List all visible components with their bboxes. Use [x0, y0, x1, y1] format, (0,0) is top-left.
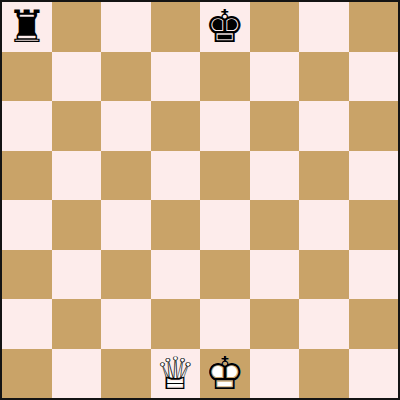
square-f5[interactable] [250, 151, 300, 201]
square-g2[interactable] [299, 299, 349, 349]
white-queen-outline-glyph: ♕ [151, 349, 201, 399]
piece-black-rook[interactable]: ♜ [2, 2, 52, 52]
square-d4[interactable] [151, 200, 201, 250]
square-e7[interactable] [200, 52, 250, 102]
square-b5[interactable] [52, 151, 102, 201]
square-h3[interactable] [349, 250, 399, 300]
square-h1[interactable] [349, 349, 399, 399]
square-f6[interactable] [250, 101, 300, 151]
square-b1[interactable] [52, 349, 102, 399]
square-e3[interactable] [200, 250, 250, 300]
square-e2[interactable] [200, 299, 250, 349]
square-f4[interactable] [250, 200, 300, 250]
square-b8[interactable] [52, 2, 102, 52]
square-b6[interactable] [52, 101, 102, 151]
piece-white-queen[interactable]: ♛♕ [151, 349, 201, 399]
piece-black-king[interactable]: ♚ [200, 2, 250, 52]
square-a5[interactable] [2, 151, 52, 201]
square-b3[interactable] [52, 250, 102, 300]
square-c4[interactable] [101, 200, 151, 250]
black-rook-glyph: ♜ [2, 2, 52, 52]
square-c8[interactable] [101, 2, 151, 52]
square-f2[interactable] [250, 299, 300, 349]
square-g5[interactable] [299, 151, 349, 201]
square-h6[interactable] [349, 101, 399, 151]
square-h7[interactable] [349, 52, 399, 102]
square-a7[interactable] [2, 52, 52, 102]
square-c1[interactable] [101, 349, 151, 399]
square-g4[interactable] [299, 200, 349, 250]
square-a2[interactable] [2, 299, 52, 349]
square-a8[interactable]: ♜ [2, 2, 52, 52]
square-c3[interactable] [101, 250, 151, 300]
square-g8[interactable] [299, 2, 349, 52]
square-f1[interactable] [250, 349, 300, 399]
square-b4[interactable] [52, 200, 102, 250]
square-c2[interactable] [101, 299, 151, 349]
square-e5[interactable] [200, 151, 250, 201]
square-d3[interactable] [151, 250, 201, 300]
square-f7[interactable] [250, 52, 300, 102]
piece-white-king[interactable]: ♚♔ [200, 349, 250, 399]
square-c7[interactable] [101, 52, 151, 102]
square-c5[interactable] [101, 151, 151, 201]
chess-board-frame: ♜♚♛♕♚♔ [0, 0, 400, 400]
square-d6[interactable] [151, 101, 201, 151]
square-h5[interactable] [349, 151, 399, 201]
square-d1[interactable]: ♛♕ [151, 349, 201, 399]
square-b2[interactable] [52, 299, 102, 349]
square-a4[interactable] [2, 200, 52, 250]
square-e1[interactable]: ♚♔ [200, 349, 250, 399]
square-d7[interactable] [151, 52, 201, 102]
square-f8[interactable] [250, 2, 300, 52]
square-a1[interactable] [2, 349, 52, 399]
square-d5[interactable] [151, 151, 201, 201]
square-d2[interactable] [151, 299, 201, 349]
square-h2[interactable] [349, 299, 399, 349]
square-h8[interactable] [349, 2, 399, 52]
square-g1[interactable] [299, 349, 349, 399]
square-f3[interactable] [250, 250, 300, 300]
square-e6[interactable] [200, 101, 250, 151]
square-e8[interactable]: ♚ [200, 2, 250, 52]
square-a6[interactable] [2, 101, 52, 151]
square-b7[interactable] [52, 52, 102, 102]
black-king-glyph: ♚ [200, 2, 250, 52]
square-e4[interactable] [200, 200, 250, 250]
square-g7[interactable] [299, 52, 349, 102]
white-king-outline-glyph: ♔ [200, 349, 250, 399]
chess-board: ♜♚♛♕♚♔ [2, 2, 398, 398]
square-d8[interactable] [151, 2, 201, 52]
square-h4[interactable] [349, 200, 399, 250]
square-c6[interactable] [101, 101, 151, 151]
square-g3[interactable] [299, 250, 349, 300]
square-a3[interactable] [2, 250, 52, 300]
square-g6[interactable] [299, 101, 349, 151]
